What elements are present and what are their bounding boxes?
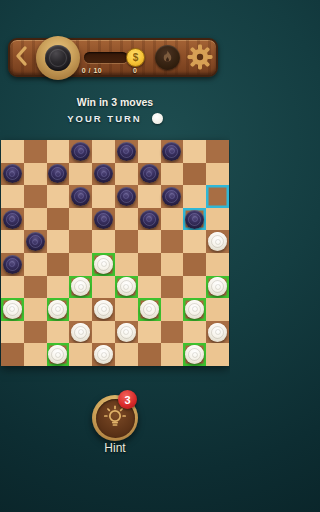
white-turn-disc-icon (152, 113, 163, 124)
black-piece[interactable] (71, 187, 90, 206)
progress-label: 0 / 10 (70, 67, 114, 74)
white-piece[interactable] (208, 323, 227, 342)
square-r7c9[interactable] (206, 298, 229, 321)
square-r9c9[interactable] (206, 343, 229, 366)
square-r0c6[interactable] (138, 140, 161, 163)
black-piece[interactable] (71, 142, 90, 161)
black-piece[interactable] (140, 164, 159, 183)
black-piece[interactable] (117, 142, 136, 161)
square-r8c5[interactable] (115, 321, 138, 344)
square-r0c2[interactable] (47, 140, 70, 163)
white-piece[interactable] (94, 300, 113, 319)
settings-button[interactable] (187, 44, 213, 70)
black-piece[interactable] (3, 255, 22, 274)
square-r9c7[interactable] (161, 343, 184, 366)
white-piece[interactable] (208, 277, 227, 296)
square-r4c5[interactable] (115, 230, 138, 253)
square-r3c9[interactable] (206, 208, 229, 231)
black-piece[interactable] (94, 210, 113, 229)
square-r9c3[interactable] (69, 343, 92, 366)
square-r1c7[interactable] (161, 163, 184, 186)
square-r8c6[interactable] (138, 321, 161, 344)
square-r6c9[interactable] (206, 276, 229, 299)
black-piece[interactable] (185, 210, 204, 229)
square-r8c1[interactable] (24, 321, 47, 344)
square-r2c8[interactable] (183, 185, 206, 208)
square-r0c9[interactable] (206, 140, 229, 163)
hint-label: Hint (0, 441, 230, 455)
square-r6c7[interactable] (161, 276, 184, 299)
square-r6c2[interactable] (47, 276, 70, 299)
square-r6c8[interactable] (183, 276, 206, 299)
square-r7c4[interactable] (92, 298, 115, 321)
white-piece[interactable] (185, 345, 204, 364)
black-checker-icon (45, 45, 71, 71)
square-r6c6[interactable] (138, 276, 161, 299)
square-r0c5[interactable] (115, 140, 138, 163)
lightbulb-icon (102, 405, 128, 431)
square-r0c4[interactable] (92, 140, 115, 163)
square-r4c9[interactable] (206, 230, 229, 253)
square-r6c3[interactable] (69, 276, 92, 299)
square-r2c7[interactable] (161, 185, 184, 208)
gear-icon (187, 44, 213, 70)
square-r1c6[interactable] (138, 163, 161, 186)
checkers-app-screen: { "game": "checkers", "variant": "intern… (0, 0, 230, 512)
square-r5c1[interactable] (24, 253, 47, 276)
black-piece[interactable] (48, 164, 67, 183)
square-r5c8[interactable] (183, 253, 206, 276)
square-r8c9[interactable] (206, 321, 229, 344)
square-r8c0[interactable] (1, 321, 24, 344)
white-piece[interactable] (117, 277, 136, 296)
square-r8c3[interactable] (69, 321, 92, 344)
turn-indicator: YOUR TURN (0, 113, 230, 124)
white-piece[interactable] (94, 255, 113, 274)
square-r4c6[interactable] (138, 230, 161, 253)
square-r3c8[interactable] (183, 208, 206, 231)
square-r0c7[interactable] (161, 140, 184, 163)
back-chevron-icon (14, 45, 28, 67)
square-r9c1[interactable] (24, 343, 47, 366)
square-r2c3[interactable] (69, 185, 92, 208)
white-piece[interactable] (71, 277, 90, 296)
turn-label: YOUR TURN (67, 113, 141, 124)
black-piece[interactable] (26, 232, 45, 251)
square-r8c2[interactable] (47, 321, 70, 344)
square-r3c6[interactable] (138, 208, 161, 231)
objective-text: Win in 3 moves (0, 96, 230, 108)
white-piece[interactable] (48, 300, 67, 319)
square-r2c5[interactable] (115, 185, 138, 208)
square-r7c6[interactable] (138, 298, 161, 321)
square-r4c0[interactable] (1, 230, 24, 253)
streak-flame-button[interactable] (155, 45, 180, 70)
square-r9c6[interactable] (138, 343, 161, 366)
white-piece[interactable] (140, 300, 159, 319)
square-r0c8[interactable] (183, 140, 206, 163)
square-r8c4[interactable] (92, 321, 115, 344)
square-r5c4[interactable] (92, 253, 115, 276)
hint-count-badge: 3 (118, 390, 137, 409)
square-r6c5[interactable] (115, 276, 138, 299)
square-r0c0[interactable] (1, 140, 24, 163)
square-r9c8[interactable] (183, 343, 206, 366)
square-r5c2[interactable] (47, 253, 70, 276)
flame-icon (161, 50, 174, 65)
square-r9c0[interactable] (1, 343, 24, 366)
black-piece[interactable] (140, 210, 159, 229)
black-piece[interactable] (162, 187, 181, 206)
square-r1c2[interactable] (47, 163, 70, 186)
square-r4c4[interactable] (92, 230, 115, 253)
square-r0c1[interactable] (24, 140, 47, 163)
square-r7c8[interactable] (183, 298, 206, 321)
square-r9c4[interactable] (92, 343, 115, 366)
square-r4c3[interactable] (69, 230, 92, 253)
square-r3c2[interactable] (47, 208, 70, 231)
black-piece[interactable] (3, 210, 22, 229)
square-r5c5[interactable] (115, 253, 138, 276)
black-piece[interactable] (162, 142, 181, 161)
coin-icon[interactable]: $ (126, 48, 145, 67)
square-r4c8[interactable] (183, 230, 206, 253)
square-r7c3[interactable] (69, 298, 92, 321)
square-r2c9[interactable] (206, 185, 229, 208)
square-r7c7[interactable] (161, 298, 184, 321)
square-r5c0[interactable] (1, 253, 24, 276)
square-r9c5[interactable] (115, 343, 138, 366)
square-r1c8[interactable] (183, 163, 206, 186)
square-r3c1[interactable] (24, 208, 47, 231)
square-r4c1[interactable] (24, 230, 47, 253)
square-r7c5[interactable] (115, 298, 138, 321)
square-r4c2[interactable] (47, 230, 70, 253)
square-r1c4[interactable] (92, 163, 115, 186)
black-piece[interactable] (94, 164, 113, 183)
square-r6c1[interactable] (24, 276, 47, 299)
square-r9c2[interactable] (47, 343, 70, 366)
square-r7c2[interactable] (47, 298, 70, 321)
board (1, 140, 229, 366)
coin-count: 0 (118, 67, 152, 74)
square-r1c9[interactable] (206, 163, 229, 186)
square-r3c4[interactable] (92, 208, 115, 231)
square-r1c1[interactable] (24, 163, 47, 186)
black-piece[interactable] (117, 187, 136, 206)
back-button[interactable] (12, 44, 30, 68)
square-r6c4[interactable] (92, 276, 115, 299)
square-r1c0[interactable] (1, 163, 24, 186)
black-piece[interactable] (3, 164, 22, 183)
white-piece[interactable] (94, 345, 113, 364)
square-r5c6[interactable] (138, 253, 161, 276)
square-r2c1[interactable] (24, 185, 47, 208)
square-r8c7[interactable] (161, 321, 184, 344)
square-r2c0[interactable] (1, 185, 24, 208)
square-r2c2[interactable] (47, 185, 70, 208)
square-r5c9[interactable] (206, 253, 229, 276)
white-piece[interactable] (3, 300, 22, 319)
progress-bar (84, 52, 128, 63)
square-r1c5[interactable] (115, 163, 138, 186)
white-piece[interactable] (48, 345, 67, 364)
white-piece[interactable] (185, 300, 204, 319)
square-r7c0[interactable] (1, 298, 24, 321)
coin-symbol: $ (133, 52, 139, 63)
white-piece[interactable] (71, 323, 90, 342)
white-piece[interactable] (208, 232, 227, 251)
square-r3c5[interactable] (115, 208, 138, 231)
square-r6c0[interactable] (1, 276, 24, 299)
square-r3c7[interactable] (161, 208, 184, 231)
square-r8c8[interactable] (183, 321, 206, 344)
square-r3c3[interactable] (69, 208, 92, 231)
square-r0c3[interactable] (69, 140, 92, 163)
square-r7c1[interactable] (24, 298, 47, 321)
square-r5c3[interactable] (69, 253, 92, 276)
square-r1c3[interactable] (69, 163, 92, 186)
square-r3c0[interactable] (1, 208, 24, 231)
square-r5c7[interactable] (161, 253, 184, 276)
square-r2c6[interactable] (138, 185, 161, 208)
square-r2c4[interactable] (92, 185, 115, 208)
square-r4c7[interactable] (161, 230, 184, 253)
white-piece[interactable] (117, 323, 136, 342)
